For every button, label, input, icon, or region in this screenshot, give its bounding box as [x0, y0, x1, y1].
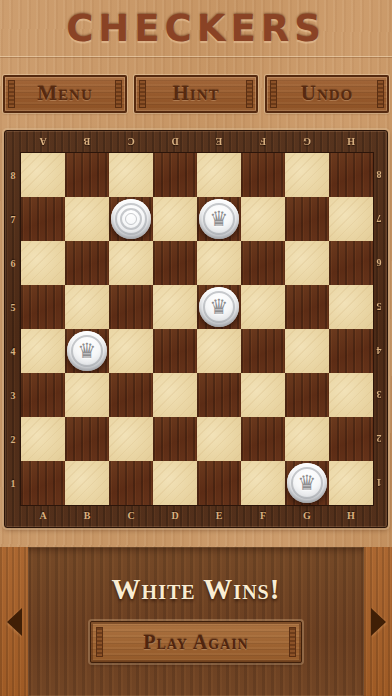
- square-a6[interactable]: [21, 241, 65, 285]
- menu-button-label: Menu: [18, 77, 112, 111]
- crown-icon: ♛: [199, 287, 239, 327]
- square-b8[interactable]: [65, 153, 109, 197]
- square-b1[interactable]: [65, 461, 109, 505]
- square-g1[interactable]: ♛: [285, 461, 329, 505]
- square-d7[interactable]: [153, 197, 197, 241]
- square-g5[interactable]: [285, 285, 329, 329]
- undo-button-label: Undo: [280, 77, 374, 111]
- checker-white-king[interactable]: ♛: [67, 331, 107, 371]
- file-label-a: A: [21, 503, 65, 527]
- square-b7[interactable]: [65, 197, 109, 241]
- square-d6[interactable]: [153, 241, 197, 285]
- file-label-c: C: [109, 503, 153, 527]
- checker-white-king[interactable]: ♛: [199, 287, 239, 327]
- file-label-h: H: [329, 503, 373, 527]
- square-f1[interactable]: [241, 461, 285, 505]
- file-label-f: F: [241, 131, 285, 153]
- file-label-b: B: [65, 131, 109, 153]
- rank-labels-left: 87654321: [5, 153, 21, 505]
- rank-label-8: 8: [5, 153, 21, 197]
- square-b5[interactable]: [65, 285, 109, 329]
- square-e8[interactable]: [197, 153, 241, 197]
- file-label-g: G: [285, 131, 329, 153]
- square-e1[interactable]: [197, 461, 241, 505]
- button-ornament: [139, 80, 146, 108]
- menu-button[interactable]: Menu: [3, 75, 127, 113]
- hint-button[interactable]: Hint: [134, 75, 258, 113]
- rank-label-6: 6: [5, 241, 21, 285]
- square-g3[interactable]: [285, 373, 329, 417]
- result-panel: White wins! Play again: [28, 547, 364, 696]
- rank-label-8: 8: [371, 153, 387, 197]
- arrow-right-icon: [371, 608, 386, 636]
- board-section: ABCDEFGH ABCDEFGH 87654321 87654321 ♛♛♛♛: [0, 130, 392, 547]
- rank-label-5: 5: [5, 285, 21, 329]
- square-g7[interactable]: [285, 197, 329, 241]
- square-h4[interactable]: [329, 329, 373, 373]
- button-ornament: [270, 80, 277, 108]
- file-label-f: F: [241, 503, 285, 527]
- square-f2[interactable]: [241, 417, 285, 461]
- square-f8[interactable]: [241, 153, 285, 197]
- app-title: Checkers: [66, 7, 326, 50]
- square-a4[interactable]: [21, 329, 65, 373]
- square-d2[interactable]: [153, 417, 197, 461]
- rank-label-4: 4: [5, 329, 21, 373]
- button-ornament: [96, 627, 103, 657]
- square-d4[interactable]: [153, 329, 197, 373]
- square-g8[interactable]: [285, 153, 329, 197]
- square-f6[interactable]: [241, 241, 285, 285]
- board-frame: ABCDEFGH ABCDEFGH 87654321 87654321 ♛♛♛♛: [4, 130, 388, 528]
- square-e4[interactable]: [197, 329, 241, 373]
- square-g4[interactable]: [285, 329, 329, 373]
- file-labels-top: ABCDEFGH: [21, 131, 373, 153]
- square-h8[interactable]: [329, 153, 373, 197]
- file-label-e: E: [197, 503, 241, 527]
- file-label-b: B: [65, 503, 109, 527]
- rank-label-5: 5: [371, 285, 387, 329]
- next-arrow-button[interactable]: [364, 547, 392, 696]
- square-h6[interactable]: [329, 241, 373, 285]
- square-h2[interactable]: [329, 417, 373, 461]
- square-b2[interactable]: [65, 417, 109, 461]
- rank-label-7: 7: [5, 197, 21, 241]
- header: Checkers: [0, 0, 392, 57]
- square-c1[interactable]: [109, 461, 153, 505]
- square-c2[interactable]: [109, 417, 153, 461]
- square-a1[interactable]: [21, 461, 65, 505]
- crown-icon: ♛: [287, 463, 327, 503]
- previous-arrow-button[interactable]: [0, 547, 28, 696]
- file-label-g: G: [285, 503, 329, 527]
- square-d3[interactable]: [153, 373, 197, 417]
- square-h5[interactable]: [329, 285, 373, 329]
- file-label-d: D: [153, 131, 197, 153]
- result-message: White wins!: [112, 573, 281, 606]
- square-f4[interactable]: [241, 329, 285, 373]
- file-labels-bottom: ABCDEFGH: [21, 503, 373, 527]
- arrow-left-icon: [7, 608, 22, 636]
- board-grid: ♛♛♛♛: [21, 153, 373, 505]
- button-ornament: [377, 80, 384, 108]
- file-label-h: H: [329, 131, 373, 153]
- button-ornament: [8, 80, 15, 108]
- square-e6[interactable]: [197, 241, 241, 285]
- square-e2[interactable]: [197, 417, 241, 461]
- result-section: White wins! Play again: [0, 547, 392, 696]
- square-d1[interactable]: [153, 461, 197, 505]
- square-a7[interactable]: [21, 197, 65, 241]
- square-c3[interactable]: [109, 373, 153, 417]
- rank-label-2: 2: [5, 417, 21, 461]
- square-f3[interactable]: [241, 373, 285, 417]
- rank-label-7: 7: [371, 197, 387, 241]
- square-c8[interactable]: [109, 153, 153, 197]
- square-f5[interactable]: [241, 285, 285, 329]
- square-d5[interactable]: [153, 285, 197, 329]
- button-ornament: [246, 80, 253, 108]
- undo-button[interactable]: Undo: [265, 75, 389, 113]
- play-again-button-label: Play again: [108, 622, 284, 662]
- crown-icon: ♛: [199, 199, 239, 239]
- checker-white-king[interactable]: ♛: [199, 199, 239, 239]
- rank-label-4: 4: [371, 329, 387, 373]
- square-e7[interactable]: ♛: [197, 197, 241, 241]
- rank-label-1: 1: [5, 461, 21, 505]
- square-c4[interactable]: [109, 329, 153, 373]
- file-label-e: E: [197, 131, 241, 153]
- square-c7[interactable]: [109, 197, 153, 241]
- square-b4[interactable]: ♛: [65, 329, 109, 373]
- square-a2[interactable]: [21, 417, 65, 461]
- rank-label-1: 1: [371, 461, 387, 505]
- piece-ring: [125, 213, 137, 225]
- square-g2[interactable]: [285, 417, 329, 461]
- square-c5[interactable]: [109, 285, 153, 329]
- rank-label-2: 2: [371, 417, 387, 461]
- square-b3[interactable]: [65, 373, 109, 417]
- rank-labels-right: 87654321: [371, 153, 387, 505]
- square-c6[interactable]: [109, 241, 153, 285]
- square-e5[interactable]: ♛: [197, 285, 241, 329]
- square-g6[interactable]: [285, 241, 329, 285]
- toolbar: Menu Hint Undo: [0, 57, 392, 130]
- square-a5[interactable]: [21, 285, 65, 329]
- button-ornament: [115, 80, 122, 108]
- file-label-a: A: [21, 131, 65, 153]
- square-b6[interactable]: [65, 241, 109, 285]
- rank-label-6: 6: [371, 241, 387, 285]
- square-a3[interactable]: [21, 373, 65, 417]
- file-label-c: C: [109, 131, 153, 153]
- checker-white-king[interactable]: ♛: [287, 463, 327, 503]
- square-f7[interactable]: [241, 197, 285, 241]
- rank-label-3: 3: [5, 373, 21, 417]
- square-a8[interactable]: [21, 153, 65, 197]
- square-d8[interactable]: [153, 153, 197, 197]
- square-h7[interactable]: [329, 197, 373, 241]
- button-ornament: [289, 627, 296, 657]
- play-again-button[interactable]: Play again: [90, 621, 302, 663]
- square-h3[interactable]: [329, 373, 373, 417]
- checker-white-man[interactable]: [111, 199, 151, 239]
- square-h1[interactable]: [329, 461, 373, 505]
- crown-icon: ♛: [67, 331, 107, 371]
- hint-button-label: Hint: [149, 77, 243, 111]
- rank-label-3: 3: [371, 373, 387, 417]
- file-label-d: D: [153, 503, 197, 527]
- square-e3[interactable]: [197, 373, 241, 417]
